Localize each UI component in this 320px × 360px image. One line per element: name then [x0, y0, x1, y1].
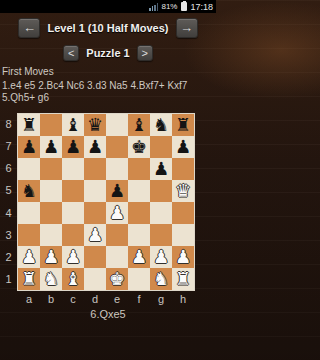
puzzle-title: Puzzle 1	[86, 47, 129, 59]
square-e8[interactable]	[106, 114, 128, 136]
square-e5[interactable]: ♟	[106, 180, 128, 202]
rank-label-1: 1	[0, 268, 17, 290]
black-rook: ♜	[175, 114, 191, 136]
white-knight: ♞	[43, 268, 59, 290]
black-bishop: ♝	[65, 114, 81, 136]
square-h5[interactable]: ♛	[172, 180, 194, 202]
prev-puzzle-button[interactable]: <	[63, 45, 79, 61]
square-h3[interactable]	[172, 224, 194, 246]
board-area: 87654321 ♜♝♛♝♞♜♟♟♟♟♚♟♟♞♟♛♟♟♟♟♟♟♟♟♜♞♝♚♞♜	[0, 113, 216, 291]
next-level-button[interactable]: →	[176, 18, 198, 38]
next-puzzle-button[interactable]: >	[137, 45, 153, 61]
white-pawn: ♟	[175, 246, 191, 268]
square-a3[interactable]	[18, 224, 40, 246]
square-a8[interactable]: ♜	[18, 114, 40, 136]
rank-label-5: 5	[0, 179, 17, 201]
square-g1[interactable]: ♞	[150, 268, 172, 290]
white-pawn: ♟	[131, 246, 147, 268]
square-h2[interactable]: ♟	[172, 246, 194, 268]
square-f5[interactable]	[128, 180, 150, 202]
square-b7[interactable]: ♟	[40, 136, 62, 158]
black-pawn: ♟	[21, 136, 37, 158]
square-e2[interactable]	[106, 246, 128, 268]
white-pawn: ♟	[87, 224, 103, 246]
square-c4[interactable]	[62, 202, 84, 224]
square-c6[interactable]	[62, 158, 84, 180]
black-queen: ♛	[87, 114, 103, 136]
white-pawn: ♟	[21, 246, 37, 268]
square-c2[interactable]: ♟	[62, 246, 84, 268]
white-pawn: ♟	[43, 246, 59, 268]
white-queen: ♛	[175, 180, 191, 202]
square-b1[interactable]: ♞	[40, 268, 62, 290]
square-e7[interactable]	[106, 136, 128, 158]
file-label-b: b	[40, 293, 62, 305]
rank-label-6: 6	[0, 157, 17, 179]
black-pawn: ♟	[65, 136, 81, 158]
black-pawn: ♟	[175, 136, 191, 158]
square-h1[interactable]: ♜	[172, 268, 194, 290]
file-labels: abcdefgh	[18, 293, 194, 305]
square-c7[interactable]: ♟	[62, 136, 84, 158]
square-b2[interactable]: ♟	[40, 246, 62, 268]
square-e4[interactable]: ♟	[106, 202, 128, 224]
square-b4[interactable]	[40, 202, 62, 224]
rank-labels: 87654321	[0, 113, 17, 291]
white-rook: ♜	[21, 268, 37, 290]
rank-label-2: 2	[0, 246, 17, 268]
square-c5[interactable]	[62, 180, 84, 202]
square-d4[interactable]	[84, 202, 106, 224]
square-g6[interactable]: ♟	[150, 158, 172, 180]
square-g5[interactable]	[150, 180, 172, 202]
square-d1[interactable]	[84, 268, 106, 290]
square-e1[interactable]: ♚	[106, 268, 128, 290]
square-h7[interactable]: ♟	[172, 136, 194, 158]
square-f3[interactable]	[128, 224, 150, 246]
moves-text: 1.e4 e5 2.Bc4 Nc6 3.d3 Na5 4.Bxf7+ Kxf7 …	[2, 80, 214, 105]
square-c3[interactable]	[62, 224, 84, 246]
battery-icon	[181, 2, 187, 11]
board: ♜♝♛♝♞♜♟♟♟♟♚♟♟♞♟♛♟♟♟♟♟♟♟♟♜♞♝♚♞♜	[17, 113, 195, 291]
square-b6[interactable]	[40, 158, 62, 180]
file-label-f: f	[128, 293, 150, 305]
square-b5[interactable]	[40, 180, 62, 202]
status-bar: 81% 17:18	[0, 0, 216, 13]
square-g4[interactable]	[150, 202, 172, 224]
square-f8[interactable]: ♝	[128, 114, 150, 136]
square-g7[interactable]	[150, 136, 172, 158]
square-g8[interactable]: ♞	[150, 114, 172, 136]
black-knight: ♞	[21, 180, 37, 202]
answer-move: 6.Qxe5	[0, 308, 216, 320]
square-h6[interactable]	[172, 158, 194, 180]
square-f1[interactable]	[128, 268, 150, 290]
square-a4[interactable]	[18, 202, 40, 224]
square-e6[interactable]	[106, 158, 128, 180]
white-knight: ♞	[153, 268, 169, 290]
square-d3[interactable]: ♟	[84, 224, 106, 246]
white-pawn: ♟	[153, 246, 169, 268]
square-a2[interactable]: ♟	[18, 246, 40, 268]
square-c1[interactable]: ♝	[62, 268, 84, 290]
square-h8[interactable]: ♜	[172, 114, 194, 136]
square-a6[interactable]	[18, 158, 40, 180]
square-d6[interactable]	[84, 158, 106, 180]
square-d7[interactable]: ♟	[84, 136, 106, 158]
square-f7[interactable]: ♚	[128, 136, 150, 158]
file-label-c: c	[62, 293, 84, 305]
square-f4[interactable]	[128, 202, 150, 224]
black-rook: ♜	[21, 114, 37, 136]
square-b8[interactable]	[40, 114, 62, 136]
square-a7[interactable]: ♟	[18, 136, 40, 158]
black-king: ♚	[131, 136, 147, 158]
square-b3[interactable]	[40, 224, 62, 246]
square-d8[interactable]: ♛	[84, 114, 106, 136]
black-pawn: ♟	[153, 158, 169, 180]
black-pawn: ♟	[87, 136, 103, 158]
white-bishop: ♝	[65, 268, 81, 290]
square-a1[interactable]: ♜	[18, 268, 40, 290]
white-pawn: ♟	[65, 246, 81, 268]
square-e3[interactable]	[106, 224, 128, 246]
white-pawn: ♟	[109, 202, 125, 224]
level-title: Level 1 (10 Half Moves)	[47, 22, 168, 34]
white-king: ♚	[109, 268, 125, 290]
square-a5[interactable]: ♞	[18, 180, 40, 202]
rank-label-4: 4	[0, 202, 17, 224]
square-d2[interactable]	[84, 246, 106, 268]
square-f2[interactable]: ♟	[128, 246, 150, 268]
file-label-h: h	[172, 293, 194, 305]
black-knight: ♞	[153, 114, 169, 136]
square-g2[interactable]: ♟	[150, 246, 172, 268]
square-d5[interactable]	[84, 180, 106, 202]
file-label-g: g	[150, 293, 172, 305]
black-pawn: ♟	[109, 180, 125, 202]
file-label-e: e	[106, 293, 128, 305]
file-label-d: d	[84, 293, 106, 305]
moves-section: First Moves 1.e4 e5 2.Bc4 Nc6 3.d3 Na5 4…	[0, 61, 216, 105]
rank-label-3: 3	[0, 224, 17, 246]
rank-label-7: 7	[0, 135, 17, 157]
status-time: 17:18	[190, 2, 213, 12]
file-label-a: a	[18, 293, 40, 305]
prev-level-button[interactable]: ←	[18, 18, 40, 38]
battery-percent: 81%	[161, 2, 177, 11]
square-h4[interactable]	[172, 202, 194, 224]
square-f6[interactable]	[128, 158, 150, 180]
puzzle-nav: < Puzzle 1 >	[0, 45, 216, 61]
rank-label-8: 8	[0, 113, 17, 135]
moves-heading: First Moves	[2, 66, 214, 79]
black-bishop: ♝	[131, 114, 147, 136]
square-g3[interactable]	[150, 224, 172, 246]
level-nav: ← Level 1 (10 Half Moves) →	[0, 18, 216, 38]
black-pawn: ♟	[43, 136, 59, 158]
white-rook: ♜	[175, 268, 191, 290]
signal-icon	[149, 3, 158, 11]
square-c8[interactable]: ♝	[62, 114, 84, 136]
